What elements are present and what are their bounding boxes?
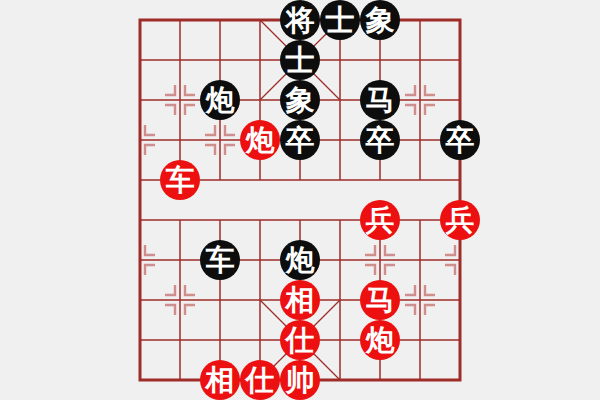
piece-black-chariot[interactable]: 车 xyxy=(200,240,240,280)
piece-black-advisor-1[interactable]: 士 xyxy=(320,0,360,40)
piece-red-soldier-1[interactable]: 兵 xyxy=(360,200,400,240)
board-grid[interactable]: 将士象士炮象马炮卒卒卒车兵兵车炮相马仕炮相仕帅 xyxy=(120,0,480,400)
piece-red-cannon-1[interactable]: 炮 xyxy=(240,120,280,160)
piece-black-soldier-2[interactable]: 卒 xyxy=(360,120,400,160)
piece-red-advisor-1[interactable]: 仕 xyxy=(280,320,320,360)
piece-black-advisor-2[interactable]: 士 xyxy=(280,40,320,80)
piece-red-elephant-2[interactable]: 相 xyxy=(200,360,240,400)
piece-red-elephant-1[interactable]: 相 xyxy=(280,280,320,320)
piece-black-general[interactable]: 将 xyxy=(280,0,320,40)
piece-red-advisor-2[interactable]: 仕 xyxy=(240,360,280,400)
piece-red-cannon-2[interactable]: 炮 xyxy=(360,320,400,360)
xiangqi-app: 将士象士炮象马炮卒卒卒车兵兵车炮相马仕炮相仕帅 xyxy=(0,0,600,400)
piece-black-cannon-1[interactable]: 炮 xyxy=(200,80,240,120)
piece-black-soldier-3[interactable]: 卒 xyxy=(440,120,480,160)
piece-black-elephant-1[interactable]: 象 xyxy=(360,0,400,40)
piece-red-soldier-2[interactable]: 兵 xyxy=(440,200,480,240)
piece-black-horse[interactable]: 马 xyxy=(360,80,400,120)
piece-red-chariot[interactable]: 车 xyxy=(160,160,200,200)
piece-black-cannon-2[interactable]: 炮 xyxy=(280,240,320,280)
piece-red-general[interactable]: 帅 xyxy=(280,360,320,400)
piece-black-elephant-2[interactable]: 象 xyxy=(280,80,320,120)
piece-red-horse[interactable]: 马 xyxy=(360,280,400,320)
piece-black-soldier-1[interactable]: 卒 xyxy=(280,120,320,160)
